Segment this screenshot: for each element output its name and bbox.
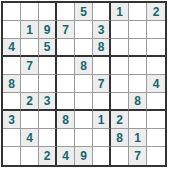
given-digit: 8 — [98, 41, 105, 53]
given-digit: 8 — [80, 60, 87, 72]
cell-r4c2[interactable]: 7 — [21, 57, 39, 75]
given-digit: 5 — [80, 6, 87, 18]
cell-r8c7[interactable]: 8 — [111, 129, 129, 147]
cell-r2c6[interactable]: 3 — [93, 21, 111, 39]
cell-r3c1[interactable]: 4 — [3, 39, 21, 57]
cell-r9c7[interactable] — [111, 147, 129, 165]
cell-r6c6[interactable] — [93, 93, 111, 111]
given-digit: 8 — [8, 78, 15, 90]
cell-r2c9[interactable] — [147, 21, 165, 39]
given-digit: 4 — [26, 132, 33, 144]
given-digit: 7 — [62, 24, 69, 36]
cell-r6c3[interactable]: 3 — [39, 93, 57, 111]
cell-r6c4[interactable] — [57, 93, 75, 111]
cell-r1c9[interactable]: 2 — [147, 3, 165, 21]
cell-r9c9[interactable] — [147, 147, 165, 165]
given-digit: 3 — [44, 95, 51, 107]
cell-r8c9[interactable] — [147, 129, 165, 147]
given-digit: 4 — [8, 41, 15, 53]
cell-r1c3[interactable] — [39, 3, 57, 21]
cell-r6c8[interactable]: 8 — [129, 93, 147, 111]
cell-r1c2[interactable] — [21, 3, 39, 21]
cell-r5c1[interactable]: 8 — [3, 75, 21, 93]
cell-r8c3[interactable] — [39, 129, 57, 147]
cell-r3c2[interactable] — [21, 39, 39, 57]
given-digit: 7 — [98, 78, 105, 90]
cell-r3c4[interactable] — [57, 39, 75, 57]
cell-r5c9[interactable]: 4 — [147, 75, 165, 93]
cell-r7c5[interactable] — [75, 111, 93, 129]
cell-r8c5[interactable] — [75, 129, 93, 147]
cell-r1c1[interactable] — [3, 3, 21, 21]
cell-r9c8[interactable]: 7 — [129, 147, 147, 165]
cell-r7c6[interactable]: 1 — [93, 111, 111, 129]
cell-r2c7[interactable] — [111, 21, 129, 39]
cell-r2c2[interactable]: 1 — [21, 21, 39, 39]
given-digit: 9 — [80, 150, 87, 162]
cell-r8c4[interactable] — [57, 129, 75, 147]
cell-r9c2[interactable] — [21, 147, 39, 165]
cell-r2c8[interactable] — [129, 21, 147, 39]
cell-r5c6[interactable]: 7 — [93, 75, 111, 93]
cell-r7c2[interactable] — [21, 111, 39, 129]
cell-r9c1[interactable] — [3, 147, 21, 165]
given-digit: 1 — [26, 24, 33, 36]
cell-r7c1[interactable]: 3 — [3, 111, 21, 129]
cell-r4c7[interactable] — [111, 57, 129, 75]
cell-r5c2[interactable] — [21, 75, 39, 93]
cell-r8c1[interactable] — [3, 129, 21, 147]
given-digit: 8 — [134, 95, 141, 107]
cell-r6c5[interactable] — [75, 93, 93, 111]
given-digit: 2 — [26, 95, 33, 107]
cell-r9c6[interactable] — [93, 147, 111, 165]
cell-r1c7[interactable]: 1 — [111, 3, 129, 21]
cell-r2c3[interactable]: 9 — [39, 21, 57, 39]
cell-r9c4[interactable]: 4 — [57, 147, 75, 165]
given-digit: 8 — [62, 114, 69, 126]
cell-r9c3[interactable]: 2 — [39, 147, 57, 165]
cell-r6c7[interactable] — [111, 93, 129, 111]
cell-r7c3[interactable] — [39, 111, 57, 129]
cell-r2c4[interactable]: 7 — [57, 21, 75, 39]
cell-r2c1[interactable] — [3, 21, 21, 39]
cell-r5c5[interactable] — [75, 75, 93, 93]
given-digit: 7 — [134, 150, 141, 162]
given-digit: 7 — [26, 60, 33, 72]
cell-r8c6[interactable] — [93, 129, 111, 147]
given-digit: 1 — [116, 6, 123, 18]
given-digit: 2 — [153, 6, 160, 18]
cell-r1c5[interactable]: 5 — [75, 3, 93, 21]
cell-r3c6[interactable]: 8 — [93, 39, 111, 57]
cell-r5c3[interactable] — [39, 75, 57, 93]
given-digit: 4 — [153, 78, 160, 90]
cell-r7c9[interactable] — [147, 111, 165, 129]
cell-r9c5[interactable]: 9 — [75, 147, 93, 165]
cell-r3c7[interactable] — [111, 39, 129, 57]
given-digit: 2 — [44, 150, 51, 162]
given-digit: 9 — [44, 24, 51, 36]
cell-r5c4[interactable] — [57, 75, 75, 93]
given-digit: 4 — [62, 150, 69, 162]
cell-r2c5[interactable] — [75, 21, 93, 39]
given-digit: 3 — [8, 114, 15, 126]
given-digit: 3 — [98, 24, 105, 36]
cell-r4c8[interactable] — [129, 57, 147, 75]
cell-r1c6[interactable] — [93, 3, 111, 21]
cell-r4c6[interactable] — [93, 57, 111, 75]
cell-r6c2[interactable]: 2 — [21, 93, 39, 111]
cell-r4c9[interactable] — [147, 57, 165, 75]
cell-r3c3[interactable]: 5 — [39, 39, 57, 57]
cell-r7c7[interactable]: 2 — [111, 111, 129, 129]
cell-r4c3[interactable] — [39, 57, 57, 75]
given-digit: 1 — [98, 114, 105, 126]
cell-r8c8[interactable]: 1 — [129, 129, 147, 147]
cell-r3c8[interactable] — [129, 39, 147, 57]
given-digit: 5 — [44, 41, 51, 53]
sudoku-grid: 51219734587887423838124812497 — [1, 1, 167, 167]
given-digit: 2 — [116, 114, 123, 126]
cell-r6c9[interactable] — [147, 93, 165, 111]
cell-r4c1[interactable] — [3, 57, 21, 75]
cell-r5c8[interactable] — [129, 75, 147, 93]
cell-r6c1[interactable] — [3, 93, 21, 111]
cell-r8c2[interactable]: 4 — [21, 129, 39, 147]
given-digit: 1 — [134, 132, 141, 144]
cell-r1c4[interactable] — [57, 3, 75, 21]
cell-r3c5[interactable] — [75, 39, 93, 57]
cell-r5c7[interactable] — [111, 75, 129, 93]
cell-r7c8[interactable] — [129, 111, 147, 129]
cell-r4c5[interactable]: 8 — [75, 57, 93, 75]
cell-r4c4[interactable] — [57, 57, 75, 75]
cell-r7c4[interactable]: 8 — [57, 111, 75, 129]
cell-r1c8[interactable] — [129, 3, 147, 21]
given-digit: 8 — [116, 132, 123, 144]
cell-r3c9[interactable] — [147, 39, 165, 57]
